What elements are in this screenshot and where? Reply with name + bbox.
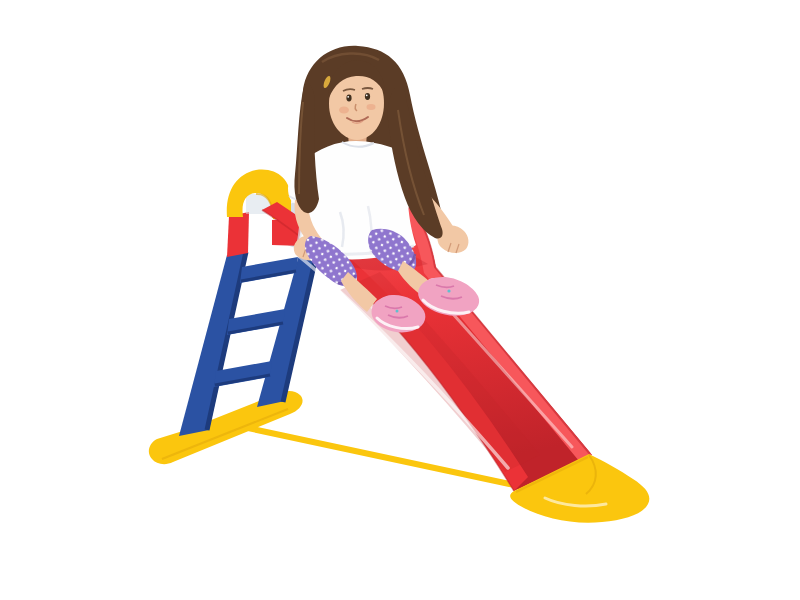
cheek-left	[339, 107, 349, 114]
shoe-left-dot	[396, 310, 399, 313]
cheek-right	[367, 104, 376, 110]
eye-left	[346, 95, 351, 102]
eye-left-glint	[347, 96, 349, 98]
eyebrow-right	[362, 88, 373, 89]
eye-right	[365, 93, 370, 100]
product-photo	[0, 0, 800, 600]
eye-right-glint	[366, 94, 368, 96]
slide-photo-illustration	[0, 0, 800, 600]
shoe-right-dot	[447, 289, 450, 292]
ladder-rail-top-red	[227, 212, 249, 257]
